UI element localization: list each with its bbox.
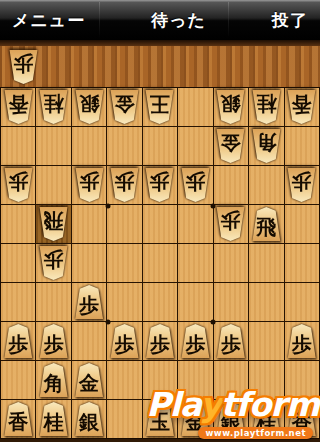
square-6-5[interactable] xyxy=(107,244,141,282)
square-7-8[interactable]: 金 xyxy=(72,361,106,399)
shogi-piece-gote[interactable]: 歩 xyxy=(180,168,211,202)
shogi-piece-gote[interactable]: 歩 xyxy=(286,168,317,202)
shogi-piece-gote[interactable]: 桂 xyxy=(38,90,69,124)
square-3-1[interactable]: 銀 xyxy=(214,88,248,126)
shogi-piece-sente[interactable]: 歩 xyxy=(3,324,34,358)
undo-button[interactable]: 待った xyxy=(151,9,206,32)
square-2-6[interactable] xyxy=(249,283,283,321)
piece-kanji: 銀 xyxy=(74,90,105,118)
piece-kanji: 銀 xyxy=(74,408,105,436)
square-8-8[interactable]: 角 xyxy=(36,361,70,399)
square-5-9[interactable]: 玉 xyxy=(143,400,177,438)
square-8-6[interactable] xyxy=(36,283,70,321)
square-4-6[interactable] xyxy=(178,283,212,321)
square-9-3[interactable]: 歩 xyxy=(1,166,35,204)
square-4-4[interactable] xyxy=(178,205,212,243)
square-9-6[interactable] xyxy=(1,283,35,321)
square-7-1[interactable]: 銀 xyxy=(72,88,106,126)
square-6-7[interactable]: 歩 xyxy=(107,322,141,360)
square-1-5[interactable] xyxy=(285,244,319,282)
piece-kanji: 飛 xyxy=(251,213,282,241)
shogi-piece-sente[interactable]: 歩 xyxy=(144,324,175,358)
shogi-board: 香桂銀金王銀桂香金角歩歩歩歩歩歩飛歩飛歩歩歩歩歩歩歩歩歩角金香桂銀玉金銀桂香 xyxy=(0,87,320,439)
shogi-piece-gote[interactable]: 金 xyxy=(109,90,140,124)
square-9-2[interactable] xyxy=(1,127,35,165)
piece-kanji: 金 xyxy=(109,90,140,118)
piece-kanji: 銀 xyxy=(215,408,246,436)
square-3-2[interactable]: 金 xyxy=(214,127,248,165)
hoshi-dot xyxy=(211,203,216,208)
square-2-9[interactable]: 桂 xyxy=(249,400,283,438)
shogi-piece-sente[interactable]: 金 xyxy=(180,402,211,436)
shogi-piece-sente[interactable]: 歩 xyxy=(74,285,105,319)
piece-kanji: 歩 xyxy=(180,168,211,196)
square-7-7[interactable] xyxy=(72,322,106,360)
shogi-piece-gote[interactable]: 金 xyxy=(215,129,246,163)
square-6-1[interactable]: 金 xyxy=(107,88,141,126)
square-5-7[interactable]: 歩 xyxy=(143,322,177,360)
square-1-1[interactable]: 香 xyxy=(285,88,319,126)
square-4-3[interactable]: 歩 xyxy=(178,166,212,204)
square-2-8[interactable] xyxy=(249,361,283,399)
piece-kanji: 香 xyxy=(3,408,34,436)
piece-kanji: 歩 xyxy=(144,168,175,196)
piece-kanji: 桂 xyxy=(38,408,69,436)
square-5-3[interactable]: 歩 xyxy=(143,166,177,204)
piece-kanji: 歩 xyxy=(74,168,105,196)
square-8-5[interactable]: 歩 xyxy=(36,244,70,282)
piece-kanji: 香 xyxy=(286,408,317,436)
shogi-piece-gote[interactable]: 飛 xyxy=(38,207,69,241)
piece-kanji: 金 xyxy=(74,369,105,397)
shogi-piece-gote[interactable]: 歩 xyxy=(144,168,175,202)
piece-kanji: 金 xyxy=(180,408,211,436)
square-7-5[interactable] xyxy=(72,244,106,282)
shogi-piece-gote[interactable]: 桂 xyxy=(251,90,282,124)
piece-kanji: 角 xyxy=(251,129,282,157)
shogi-piece-sente[interactable]: 銀 xyxy=(215,402,246,436)
square-3-4[interactable]: 歩 xyxy=(214,205,248,243)
square-8-9[interactable]: 桂 xyxy=(36,400,70,438)
square-8-4[interactable]: 飛 xyxy=(36,205,70,243)
piece-kanji: 歩 xyxy=(74,291,105,319)
square-3-8[interactable] xyxy=(214,361,248,399)
square-1-9[interactable]: 香 xyxy=(285,400,319,438)
square-5-4[interactable] xyxy=(143,205,177,243)
square-2-2[interactable]: 角 xyxy=(249,127,283,165)
shogi-piece-sente[interactable]: 歩 xyxy=(38,324,69,358)
square-2-3[interactable] xyxy=(249,166,283,204)
square-8-1[interactable]: 桂 xyxy=(36,88,70,126)
toolbar-divider xyxy=(99,2,100,38)
piece-kanji: 歩 xyxy=(180,330,211,358)
square-5-2[interactable] xyxy=(143,127,177,165)
square-6-9[interactable] xyxy=(107,400,141,438)
square-6-3[interactable]: 歩 xyxy=(107,166,141,204)
piece-kanji: 歩 xyxy=(3,330,34,358)
gote-hand-tray: 歩 xyxy=(0,46,320,87)
square-2-4[interactable]: 飛 xyxy=(249,205,283,243)
piece-kanji: 歩 xyxy=(215,330,246,358)
square-2-1[interactable]: 桂 xyxy=(249,88,283,126)
piece-kanji: 香 xyxy=(3,90,34,118)
square-8-2[interactable] xyxy=(36,127,70,165)
shogi-piece-gote[interactable]: 角 xyxy=(251,129,282,163)
shogi-piece-gote[interactable]: 歩 xyxy=(109,168,140,202)
shogi-piece-sente[interactable]: 銀 xyxy=(74,402,105,436)
square-1-2[interactable] xyxy=(285,127,319,165)
square-1-7[interactable]: 歩 xyxy=(285,322,319,360)
shogi-piece-sente[interactable]: 歩 xyxy=(286,324,317,358)
hand-piece-gote-pawn[interactable]: 歩 xyxy=(8,50,39,84)
square-1-3[interactable]: 歩 xyxy=(285,166,319,204)
square-1-8[interactable] xyxy=(285,361,319,399)
shogi-piece-gote[interactable]: 香 xyxy=(3,90,34,124)
hoshi-dot xyxy=(211,320,216,325)
shogi-piece-sente[interactable]: 飛 xyxy=(251,207,282,241)
shogi-piece-sente[interactable]: 歩 xyxy=(180,324,211,358)
resign-button[interactable]: 投了 xyxy=(272,9,308,32)
square-3-9[interactable]: 銀 xyxy=(214,400,248,438)
square-3-3[interactable] xyxy=(214,166,248,204)
square-7-2[interactable] xyxy=(72,127,106,165)
piece-kanji: 歩 xyxy=(286,330,317,358)
piece-kanji: 歩 xyxy=(144,330,175,358)
piece-kanji: 金 xyxy=(215,129,246,157)
hoshi-dot xyxy=(105,320,110,325)
shogi-piece-gote[interactable]: 歩 xyxy=(38,246,69,280)
square-5-6[interactable] xyxy=(143,283,177,321)
menu-button[interactable]: メニュー xyxy=(12,9,85,32)
shogi-piece-sente[interactable]: 金 xyxy=(74,363,105,397)
hoshi-dot xyxy=(105,203,110,208)
square-4-1[interactable] xyxy=(178,88,212,126)
shogi-piece-sente[interactable]: 桂 xyxy=(251,402,282,436)
square-7-6[interactable]: 歩 xyxy=(72,283,106,321)
square-8-3[interactable] xyxy=(36,166,70,204)
square-3-7[interactable]: 歩 xyxy=(214,322,248,360)
square-8-7[interactable]: 歩 xyxy=(36,322,70,360)
square-2-7[interactable] xyxy=(249,322,283,360)
square-4-8[interactable] xyxy=(178,361,212,399)
square-9-7[interactable]: 歩 xyxy=(1,322,35,360)
shogi-piece-sente[interactable]: 歩 xyxy=(215,324,246,358)
piece-kanji: 桂 xyxy=(38,90,69,118)
square-3-5[interactable] xyxy=(214,244,248,282)
piece-kanji: 角 xyxy=(38,369,69,397)
square-6-8[interactable] xyxy=(107,361,141,399)
square-9-4[interactable] xyxy=(1,205,35,243)
square-7-4[interactable] xyxy=(72,205,106,243)
square-6-4[interactable] xyxy=(107,205,141,243)
piece-kanji: 歩 xyxy=(109,168,140,196)
piece-kanji: 歩 xyxy=(38,330,69,358)
piece-kanji: 桂 xyxy=(251,408,282,436)
shogi-piece-gote[interactable]: 王 xyxy=(144,90,175,124)
square-9-5[interactable] xyxy=(1,244,35,282)
square-2-5[interactable] xyxy=(249,244,283,282)
toolbar-divider xyxy=(228,2,229,38)
shogi-piece-sente[interactable]: 角 xyxy=(38,363,69,397)
piece-kanji: 歩 xyxy=(215,207,246,235)
shogi-piece-gote[interactable]: 歩 xyxy=(3,168,34,202)
shogi-piece-sente[interactable]: 玉 xyxy=(144,402,175,436)
square-9-8[interactable] xyxy=(1,361,35,399)
shogi-piece-sente[interactable]: 香 xyxy=(3,402,34,436)
shogi-piece-sente[interactable]: 歩 xyxy=(109,324,140,358)
shogi-piece-gote[interactable]: 銀 xyxy=(74,90,105,124)
piece-kanji: 香 xyxy=(286,90,317,118)
piece-kanji: 歩 xyxy=(286,168,317,196)
shogi-piece-sente[interactable]: 桂 xyxy=(38,402,69,436)
piece-kanji: 歩 xyxy=(109,330,140,358)
shogi-piece-sente[interactable]: 香 xyxy=(286,402,317,436)
piece-kanji: 飛 xyxy=(38,207,69,235)
piece-kanji: 歩 xyxy=(38,246,69,274)
square-3-6[interactable] xyxy=(214,283,248,321)
toolbar: メニュー 待った 投了 xyxy=(0,0,320,40)
square-5-1[interactable]: 王 xyxy=(143,88,177,126)
square-4-5[interactable] xyxy=(178,244,212,282)
square-6-6[interactable] xyxy=(107,283,141,321)
square-1-6[interactable] xyxy=(285,283,319,321)
square-5-5[interactable] xyxy=(143,244,177,282)
shogi-piece-gote[interactable]: 歩 xyxy=(74,168,105,202)
shogi-piece-gote[interactable]: 銀 xyxy=(215,90,246,124)
board-frame-top xyxy=(0,40,320,46)
square-4-2[interactable] xyxy=(178,127,212,165)
piece-kanji: 桂 xyxy=(251,90,282,118)
square-4-7[interactable]: 歩 xyxy=(178,322,212,360)
square-4-9[interactable]: 金 xyxy=(178,400,212,438)
square-9-9[interactable]: 香 xyxy=(1,400,35,438)
piece-kanji: 玉 xyxy=(144,408,175,436)
square-9-1[interactable]: 香 xyxy=(1,88,35,126)
piece-kanji: 歩 xyxy=(8,50,39,78)
piece-kanji: 王 xyxy=(144,90,175,118)
square-7-3[interactable]: 歩 xyxy=(72,166,106,204)
piece-kanji: 銀 xyxy=(215,90,246,118)
square-5-8[interactable] xyxy=(143,361,177,399)
square-7-9[interactable]: 銀 xyxy=(72,400,106,438)
shogi-piece-gote[interactable]: 香 xyxy=(286,90,317,124)
piece-kanji: 歩 xyxy=(3,168,34,196)
square-6-2[interactable] xyxy=(107,127,141,165)
shogi-piece-gote[interactable]: 歩 xyxy=(215,207,246,241)
square-1-4[interactable] xyxy=(285,205,319,243)
